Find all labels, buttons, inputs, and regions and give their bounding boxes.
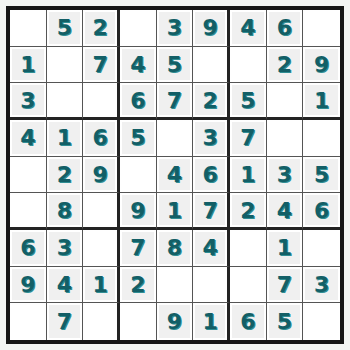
cell-r8c3[interactable]: 1 bbox=[83, 267, 120, 304]
cell-r3c7[interactable]: 5 bbox=[230, 83, 267, 120]
cell-r1c2[interactable]: 5 bbox=[47, 10, 84, 47]
cell-r1c4[interactable] bbox=[120, 10, 157, 47]
cell-r8c6[interactable] bbox=[193, 267, 230, 304]
cell-r3c6[interactable]: 2 bbox=[193, 83, 230, 120]
cell-r4c5[interactable] bbox=[157, 120, 194, 157]
cell-r1c1[interactable] bbox=[10, 10, 47, 47]
cell-r5c5[interactable]: 4 bbox=[157, 157, 194, 194]
cell-r7c3[interactable] bbox=[83, 230, 120, 267]
cell-r1c9[interactable] bbox=[303, 10, 340, 47]
cell-r9c3[interactable] bbox=[83, 303, 120, 340]
cell-r6c3[interactable] bbox=[83, 193, 120, 230]
cell-r7c4[interactable]: 7 bbox=[120, 230, 157, 267]
cell-r9c7[interactable]: 6 bbox=[230, 303, 267, 340]
cell-r3c4[interactable]: 6 bbox=[120, 83, 157, 120]
cell-r8c7[interactable] bbox=[230, 267, 267, 304]
cell-r4c2[interactable]: 1 bbox=[47, 120, 84, 157]
sudoku-board: 5239461745293672514165372946135891724663… bbox=[6, 6, 344, 344]
cell-r6c4[interactable]: 9 bbox=[120, 193, 157, 230]
cell-r5c6[interactable]: 6 bbox=[193, 157, 230, 194]
cell-r9c9[interactable] bbox=[303, 303, 340, 340]
cell-r3c2[interactable] bbox=[47, 83, 84, 120]
cell-r8c1[interactable]: 9 bbox=[10, 267, 47, 304]
cell-r2c2[interactable] bbox=[47, 47, 84, 84]
cell-r8c5[interactable] bbox=[157, 267, 194, 304]
cell-r5c9[interactable]: 5 bbox=[303, 157, 340, 194]
cell-r2c1[interactable]: 1 bbox=[10, 47, 47, 84]
cell-r4c8[interactable] bbox=[267, 120, 304, 157]
cell-r3c9[interactable]: 1 bbox=[303, 83, 340, 120]
cell-r5c3[interactable]: 9 bbox=[83, 157, 120, 194]
cell-r8c4[interactable]: 2 bbox=[120, 267, 157, 304]
cell-r8c8[interactable]: 7 bbox=[267, 267, 304, 304]
cell-r2c4[interactable]: 4 bbox=[120, 47, 157, 84]
cell-r6c7[interactable]: 2 bbox=[230, 193, 267, 230]
cell-r2c6[interactable] bbox=[193, 47, 230, 84]
cell-r7c5[interactable]: 8 bbox=[157, 230, 194, 267]
page: 5239461745293672514165372946135891724663… bbox=[0, 0, 350, 350]
cell-r9c4[interactable] bbox=[120, 303, 157, 340]
cell-r4c7[interactable]: 7 bbox=[230, 120, 267, 157]
cell-r5c4[interactable] bbox=[120, 157, 157, 194]
cell-r4c1[interactable]: 4 bbox=[10, 120, 47, 157]
cell-r6c6[interactable]: 7 bbox=[193, 193, 230, 230]
cell-r6c8[interactable]: 4 bbox=[267, 193, 304, 230]
cell-r2c7[interactable] bbox=[230, 47, 267, 84]
cell-r4c4[interactable]: 5 bbox=[120, 120, 157, 157]
cell-r8c9[interactable]: 3 bbox=[303, 267, 340, 304]
cell-r7c6[interactable]: 4 bbox=[193, 230, 230, 267]
cell-r9c8[interactable]: 5 bbox=[267, 303, 304, 340]
cell-r2c9[interactable]: 9 bbox=[303, 47, 340, 84]
cell-r8c2[interactable]: 4 bbox=[47, 267, 84, 304]
cell-r6c9[interactable]: 6 bbox=[303, 193, 340, 230]
cell-r6c2[interactable]: 8 bbox=[47, 193, 84, 230]
cell-r7c7[interactable] bbox=[230, 230, 267, 267]
cell-r1c7[interactable]: 4 bbox=[230, 10, 267, 47]
cell-r5c1[interactable] bbox=[10, 157, 47, 194]
cell-r3c3[interactable] bbox=[83, 83, 120, 120]
cell-r4c3[interactable]: 6 bbox=[83, 120, 120, 157]
cell-r9c5[interactable]: 9 bbox=[157, 303, 194, 340]
cell-r5c7[interactable]: 1 bbox=[230, 157, 267, 194]
cell-r1c6[interactable]: 9 bbox=[193, 10, 230, 47]
cell-r5c8[interactable]: 3 bbox=[267, 157, 304, 194]
cell-r7c9[interactable] bbox=[303, 230, 340, 267]
cell-r9c6[interactable]: 1 bbox=[193, 303, 230, 340]
cell-r7c1[interactable]: 6 bbox=[10, 230, 47, 267]
cell-r2c5[interactable]: 5 bbox=[157, 47, 194, 84]
cell-r7c8[interactable]: 1 bbox=[267, 230, 304, 267]
cell-r6c1[interactable] bbox=[10, 193, 47, 230]
cell-r6c5[interactable]: 1 bbox=[157, 193, 194, 230]
cell-r3c8[interactable] bbox=[267, 83, 304, 120]
cell-r3c1[interactable]: 3 bbox=[10, 83, 47, 120]
cell-r4c9[interactable] bbox=[303, 120, 340, 157]
cell-r7c2[interactable]: 3 bbox=[47, 230, 84, 267]
cell-r1c5[interactable]: 3 bbox=[157, 10, 194, 47]
cell-r2c3[interactable]: 7 bbox=[83, 47, 120, 84]
cell-r4c6[interactable]: 3 bbox=[193, 120, 230, 157]
cell-r2c8[interactable]: 2 bbox=[267, 47, 304, 84]
cell-r9c2[interactable]: 7 bbox=[47, 303, 84, 340]
cell-r3c5[interactable]: 7 bbox=[157, 83, 194, 120]
cell-r9c1[interactable] bbox=[10, 303, 47, 340]
cell-r5c2[interactable]: 2 bbox=[47, 157, 84, 194]
cell-r1c8[interactable]: 6 bbox=[267, 10, 304, 47]
cell-r1c3[interactable]: 2 bbox=[83, 10, 120, 47]
